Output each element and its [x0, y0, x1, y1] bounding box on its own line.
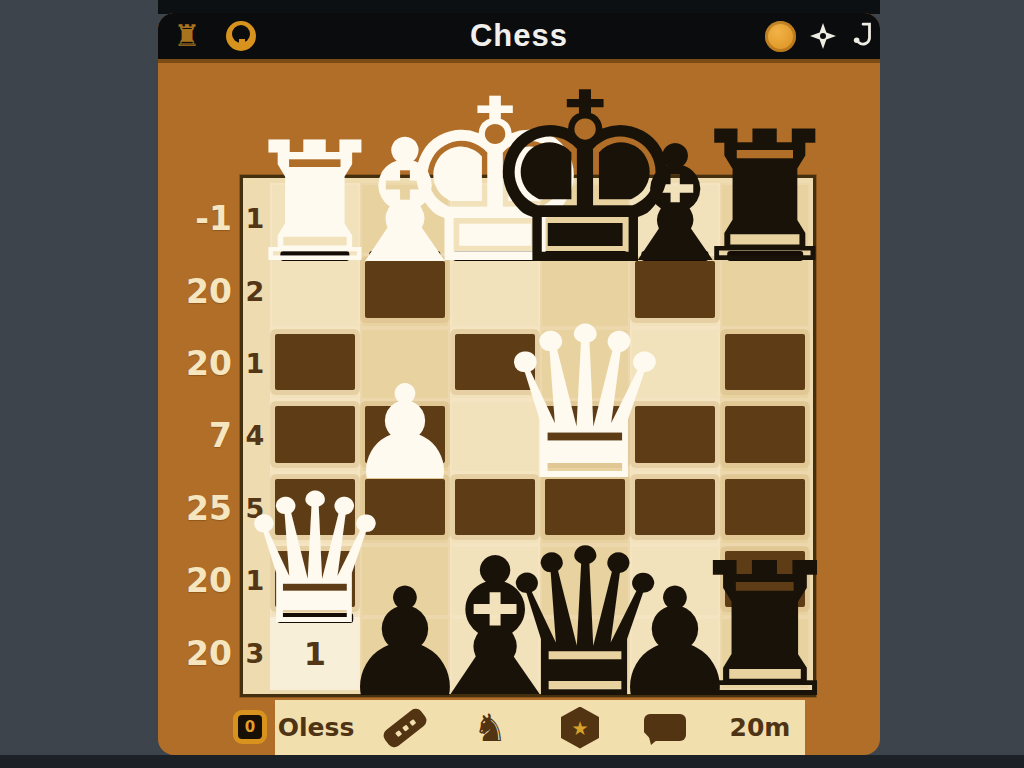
outer-row-label-3: 20 [158, 344, 232, 384]
outer-row-label-5: 25 [158, 489, 232, 529]
outer-row-label-7: 20 [158, 634, 232, 674]
dark-square [275, 334, 355, 390]
title-bar: ♜ Chess [158, 13, 880, 63]
coin-icon[interactable]: 0 [233, 710, 267, 744]
white-queen[interactable]: ♛ [491, 300, 679, 510]
sparkle-icon[interactable] [806, 13, 840, 59]
black-rook[interactable]: ♜ [682, 539, 848, 724]
coin-icon[interactable] [762, 13, 798, 59]
black-rook[interactable]: ♜ [684, 108, 845, 288]
footer-label: Oless [278, 700, 355, 755]
hand-glyph [849, 21, 875, 51]
badge-star-icon[interactable]: ★ [561, 700, 599, 755]
dark-square [275, 406, 355, 462]
hand-icon[interactable] [844, 13, 880, 59]
outer-row-label-6: 20 [158, 561, 232, 601]
hexagon-shape: ★ [561, 707, 599, 749]
board-cell-r3c6[interactable] [720, 328, 810, 400]
inner-row-label-3: 1 [242, 347, 268, 381]
ticket-shape [381, 705, 430, 749]
outer-row-label-1: -1 [158, 199, 232, 239]
dark-square [725, 334, 805, 390]
sparkle-shape [810, 23, 836, 49]
knight-glyph: ♞ [473, 709, 507, 747]
footer-time: 20m [730, 700, 791, 755]
outer-row-label-2: 20 [158, 272, 232, 312]
inner-row-label-4: 4 [242, 419, 268, 453]
window-top-shadow-strip [158, 0, 880, 14]
outer-row-label-4: 7 [158, 416, 232, 456]
footer-toolbar [275, 700, 805, 755]
chess-app-window: 0 Oless ♞ ★ 20m ♜ Chess -120207252020121… [158, 13, 880, 755]
ticket-icon[interactable] [382, 700, 428, 755]
coin-shape [765, 21, 796, 52]
knight-icon[interactable]: ♞ [473, 700, 507, 755]
screen-bottom-strip [0, 755, 1024, 768]
dark-square [725, 406, 805, 462]
chat-cursor-icon[interactable] [644, 700, 686, 755]
board-cell-r4c6[interactable] [720, 400, 810, 472]
chat-bubble-shape [644, 714, 686, 741]
